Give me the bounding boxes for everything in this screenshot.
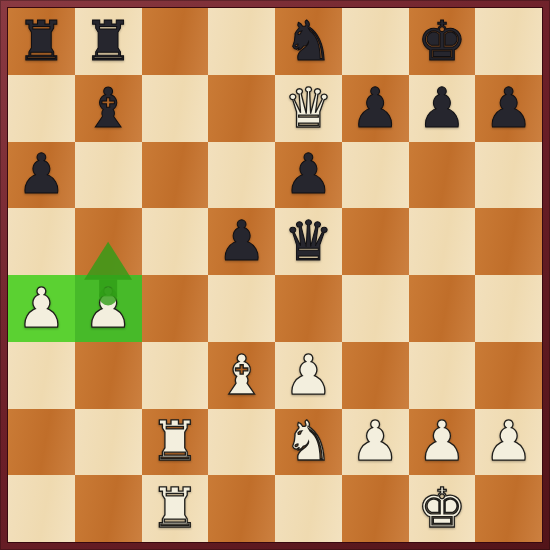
square-f7[interactable]: ♟	[342, 75, 409, 142]
square-e3[interactable]: ♟	[275, 342, 342, 409]
square-d3[interactable]: ♝	[208, 342, 275, 409]
square-f4[interactable]	[342, 275, 409, 342]
square-a2[interactable]	[8, 409, 75, 476]
piece-black-pawn[interactable]: ♟	[217, 214, 266, 269]
piece-black-queen[interactable]: ♛	[284, 214, 333, 269]
square-g7[interactable]: ♟	[409, 75, 476, 142]
square-h2[interactable]: ♟	[475, 409, 542, 476]
square-c4[interactable]	[142, 275, 209, 342]
square-d7[interactable]	[208, 75, 275, 142]
square-g1[interactable]: ♚	[409, 475, 476, 542]
square-b3[interactable]	[75, 342, 142, 409]
piece-white-pawn[interactable]: ♟	[17, 281, 66, 336]
square-h5[interactable]	[475, 208, 542, 275]
square-e2[interactable]: ♞	[275, 409, 342, 476]
square-a5[interactable]	[8, 208, 75, 275]
square-b4[interactable]: ♟	[75, 275, 142, 342]
square-b7[interactable]: ♝	[75, 75, 142, 142]
square-g5[interactable]	[409, 208, 476, 275]
square-h3[interactable]	[475, 342, 542, 409]
square-b8[interactable]: ♜	[75, 8, 142, 75]
square-c1[interactable]: ♜	[142, 475, 209, 542]
square-f8[interactable]	[342, 8, 409, 75]
square-b1[interactable]	[75, 475, 142, 542]
piece-black-pawn[interactable]: ♟	[484, 81, 533, 136]
square-f3[interactable]	[342, 342, 409, 409]
square-g8[interactable]: ♚	[409, 8, 476, 75]
square-g4[interactable]	[409, 275, 476, 342]
square-e5[interactable]: ♛	[275, 208, 342, 275]
square-f2[interactable]: ♟	[342, 409, 409, 476]
piece-white-knight[interactable]: ♞	[284, 414, 333, 469]
piece-white-pawn[interactable]: ♟	[284, 348, 333, 403]
square-c8[interactable]	[142, 8, 209, 75]
square-c7[interactable]	[142, 75, 209, 142]
square-e1[interactable]	[275, 475, 342, 542]
chess-board: ♜♜♞♚♝♛♟♟♟♟♟♟♛♟♟♝♟♜♞♟♟♟♜♚	[8, 8, 542, 542]
square-a4[interactable]: ♟	[8, 275, 75, 342]
square-h1[interactable]	[475, 475, 542, 542]
square-h7[interactable]: ♟	[475, 75, 542, 142]
square-e4[interactable]	[275, 275, 342, 342]
square-a3[interactable]	[8, 342, 75, 409]
square-b5[interactable]	[75, 208, 142, 275]
square-d2[interactable]	[208, 409, 275, 476]
square-a7[interactable]	[8, 75, 75, 142]
square-g6[interactable]	[409, 142, 476, 209]
square-f5[interactable]	[342, 208, 409, 275]
piece-white-rook[interactable]: ♜	[150, 414, 199, 469]
square-b6[interactable]	[75, 142, 142, 209]
piece-black-king[interactable]: ♚	[417, 14, 466, 69]
piece-white-pawn[interactable]: ♟	[350, 414, 399, 469]
square-h6[interactable]	[475, 142, 542, 209]
square-a1[interactable]	[8, 475, 75, 542]
piece-black-pawn[interactable]: ♟	[17, 147, 66, 202]
piece-black-pawn[interactable]: ♟	[284, 147, 333, 202]
square-h4[interactable]	[475, 275, 542, 342]
piece-white-queen[interactable]: ♛	[284, 81, 333, 136]
piece-white-pawn[interactable]: ♟	[417, 414, 466, 469]
square-d4[interactable]	[208, 275, 275, 342]
piece-white-rook[interactable]: ♜	[150, 481, 199, 536]
square-d8[interactable]	[208, 8, 275, 75]
square-d1[interactable]	[208, 475, 275, 542]
piece-black-knight[interactable]: ♞	[284, 14, 333, 69]
square-e6[interactable]: ♟	[275, 142, 342, 209]
square-f6[interactable]	[342, 142, 409, 209]
square-f1[interactable]	[342, 475, 409, 542]
square-h8[interactable]	[475, 8, 542, 75]
piece-white-pawn[interactable]: ♟	[484, 414, 533, 469]
square-b2[interactable]	[75, 409, 142, 476]
square-d5[interactable]: ♟	[208, 208, 275, 275]
square-g2[interactable]: ♟	[409, 409, 476, 476]
piece-black-rook[interactable]: ♜	[83, 14, 132, 69]
square-e7[interactable]: ♛	[275, 75, 342, 142]
square-c5[interactable]	[142, 208, 209, 275]
piece-white-bishop[interactable]: ♝	[217, 348, 266, 403]
piece-black-pawn[interactable]: ♟	[350, 81, 399, 136]
piece-black-bishop[interactable]: ♝	[83, 81, 132, 136]
square-c6[interactable]	[142, 142, 209, 209]
square-c3[interactable]	[142, 342, 209, 409]
board-frame: ♜♜♞♚♝♛♟♟♟♟♟♟♛♟♟♝♟♜♞♟♟♟♜♚	[0, 0, 550, 550]
square-g3[interactable]	[409, 342, 476, 409]
square-a8[interactable]: ♜	[8, 8, 75, 75]
piece-black-pawn[interactable]: ♟	[417, 81, 466, 136]
square-c2[interactable]: ♜	[142, 409, 209, 476]
piece-white-pawn[interactable]: ♟	[83, 281, 132, 336]
square-e8[interactable]: ♞	[275, 8, 342, 75]
square-a6[interactable]: ♟	[8, 142, 75, 209]
piece-white-king[interactable]: ♚	[417, 481, 466, 536]
piece-black-rook[interactable]: ♜	[17, 14, 66, 69]
square-d6[interactable]	[208, 142, 275, 209]
